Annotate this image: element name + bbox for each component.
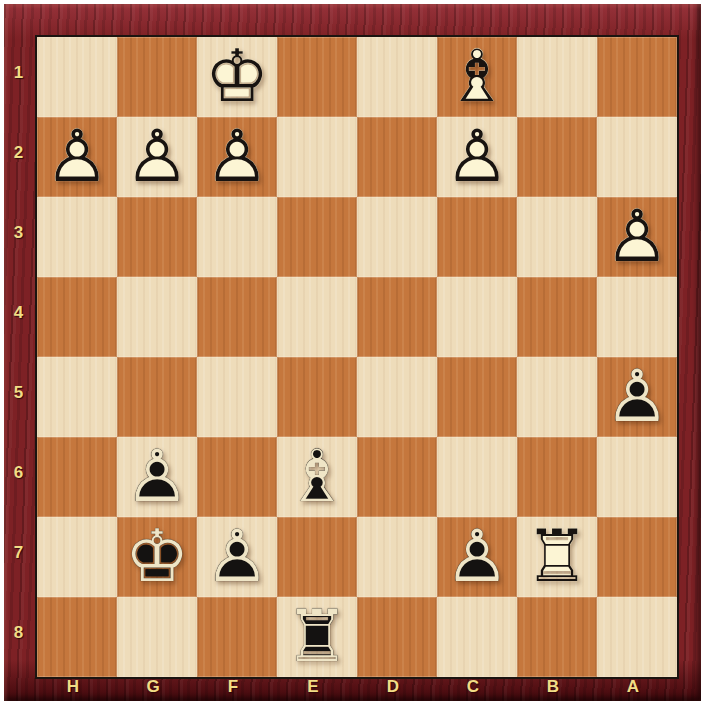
white-pawn-h2[interactable]: ♟♙ bbox=[37, 117, 117, 197]
piece-glyph-outline: ♗ bbox=[437, 37, 517, 117]
square-g2[interactable]: ♟♙ bbox=[117, 117, 197, 197]
square-a1[interactable] bbox=[597, 37, 677, 117]
square-f7[interactable]: ♟♙ bbox=[197, 517, 277, 597]
square-e2[interactable] bbox=[277, 117, 357, 197]
square-d4[interactable] bbox=[357, 277, 437, 357]
rank-label-7: 7 bbox=[4, 513, 33, 593]
square-a6[interactable] bbox=[597, 437, 677, 517]
piece-glyph-outline: ♙ bbox=[437, 517, 517, 597]
file-label-B: B bbox=[513, 673, 593, 701]
rank-label-5: 5 bbox=[4, 353, 33, 433]
square-g5[interactable] bbox=[117, 357, 197, 437]
piece-glyph-outline: ♖ bbox=[277, 597, 357, 677]
file-label-F: F bbox=[193, 673, 273, 701]
square-e1[interactable] bbox=[277, 37, 357, 117]
square-c5[interactable] bbox=[437, 357, 517, 437]
white-pawn-g2[interactable]: ♟♙ bbox=[117, 117, 197, 197]
black-bishop-e6[interactable]: ♝♗ bbox=[277, 437, 357, 517]
square-f3[interactable] bbox=[197, 197, 277, 277]
white-rook-b7[interactable]: ♜♖ bbox=[517, 517, 597, 597]
piece-glyph-outline: ♙ bbox=[197, 117, 277, 197]
square-b6[interactable] bbox=[517, 437, 597, 517]
square-f5[interactable] bbox=[197, 357, 277, 437]
square-d8[interactable] bbox=[357, 597, 437, 677]
piece-glyph-outline: ♔ bbox=[117, 517, 197, 597]
file-label-D: D bbox=[353, 673, 433, 701]
square-c8[interactable] bbox=[437, 597, 517, 677]
square-b7[interactable]: ♜♖ bbox=[517, 517, 597, 597]
square-b3[interactable] bbox=[517, 197, 597, 277]
square-g3[interactable] bbox=[117, 197, 197, 277]
square-c2[interactable]: ♟♙ bbox=[437, 117, 517, 197]
square-a2[interactable] bbox=[597, 117, 677, 197]
square-f6[interactable] bbox=[197, 437, 277, 517]
piece-glyph-outline: ♙ bbox=[117, 437, 197, 517]
square-e4[interactable] bbox=[277, 277, 357, 357]
white-pawn-f2[interactable]: ♟♙ bbox=[197, 117, 277, 197]
square-c7[interactable]: ♟♙ bbox=[437, 517, 517, 597]
square-f4[interactable] bbox=[197, 277, 277, 357]
square-d5[interactable] bbox=[357, 357, 437, 437]
square-h8[interactable] bbox=[37, 597, 117, 677]
square-b4[interactable] bbox=[517, 277, 597, 357]
rank-label-3: 3 bbox=[4, 193, 33, 273]
file-label-G: G bbox=[113, 673, 193, 701]
square-a8[interactable] bbox=[597, 597, 677, 677]
square-f2[interactable]: ♟♙ bbox=[197, 117, 277, 197]
rank-label-2: 2 bbox=[4, 113, 33, 193]
piece-glyph-outline: ♔ bbox=[197, 37, 277, 117]
piece-glyph-outline: ♗ bbox=[277, 437, 357, 517]
square-a4[interactable] bbox=[597, 277, 677, 357]
square-c1[interactable]: ♝♗ bbox=[437, 37, 517, 117]
square-e8[interactable]: ♜♖ bbox=[277, 597, 357, 677]
white-bishop-c1[interactable]: ♝♗ bbox=[437, 37, 517, 117]
black-pawn-g6[interactable]: ♟♙ bbox=[117, 437, 197, 517]
square-g6[interactable]: ♟♙ bbox=[117, 437, 197, 517]
square-h1[interactable] bbox=[37, 37, 117, 117]
square-e7[interactable] bbox=[277, 517, 357, 597]
white-pawn-a3[interactable]: ♟♙ bbox=[597, 197, 677, 277]
rank-label-4: 4 bbox=[4, 273, 33, 353]
square-b1[interactable] bbox=[517, 37, 597, 117]
square-g7[interactable]: ♚♔ bbox=[117, 517, 197, 597]
rank-label-1: 1 bbox=[4, 33, 33, 113]
square-g1[interactable] bbox=[117, 37, 197, 117]
piece-glyph-outline: ♙ bbox=[597, 197, 677, 277]
black-pawn-f7[interactable]: ♟♙ bbox=[197, 517, 277, 597]
square-b2[interactable] bbox=[517, 117, 597, 197]
square-h7[interactable] bbox=[37, 517, 117, 597]
square-h3[interactable] bbox=[37, 197, 117, 277]
square-c3[interactable] bbox=[437, 197, 517, 277]
piece-glyph-outline: ♙ bbox=[597, 357, 677, 437]
square-b8[interactable] bbox=[517, 597, 597, 677]
square-d3[interactable] bbox=[357, 197, 437, 277]
square-a3[interactable]: ♟♙ bbox=[597, 197, 677, 277]
piece-glyph-outline: ♖ bbox=[517, 517, 597, 597]
black-pawn-a5[interactable]: ♟♙ bbox=[597, 357, 677, 437]
piece-glyph-outline: ♙ bbox=[437, 117, 517, 197]
square-e6[interactable]: ♝♗ bbox=[277, 437, 357, 517]
square-c6[interactable] bbox=[437, 437, 517, 517]
piece-glyph-outline: ♙ bbox=[197, 517, 277, 597]
file-label-E: E bbox=[273, 673, 353, 701]
file-label-A: A bbox=[593, 673, 673, 701]
square-h6[interactable] bbox=[37, 437, 117, 517]
square-h2[interactable]: ♟♙ bbox=[37, 117, 117, 197]
white-pawn-c2[interactable]: ♟♙ bbox=[437, 117, 517, 197]
black-king-g7[interactable]: ♚♔ bbox=[117, 517, 197, 597]
black-pawn-c7[interactable]: ♟♙ bbox=[437, 517, 517, 597]
square-g4[interactable] bbox=[117, 277, 197, 357]
chess-board: ♚♔♝♗♟♙♟♙♟♙♟♙♟♙♟♙♟♙♝♗♚♔♟♙♟♙♜♖♜♖ bbox=[37, 37, 677, 677]
square-b5[interactable] bbox=[517, 357, 597, 437]
square-g8[interactable] bbox=[117, 597, 197, 677]
board-frame: ♚♔♝♗♟♙♟♙♟♙♟♙♟♙♟♙♟♙♝♗♚♔♟♙♟♙♜♖♜♖ 12345678 … bbox=[4, 4, 701, 701]
square-f1[interactable]: ♚♔ bbox=[197, 37, 277, 117]
square-f8[interactable] bbox=[197, 597, 277, 677]
square-a7[interactable] bbox=[597, 517, 677, 597]
black-rook-e8[interactable]: ♜♖ bbox=[277, 597, 357, 677]
piece-glyph-outline: ♙ bbox=[117, 117, 197, 197]
square-d7[interactable] bbox=[357, 517, 437, 597]
piece-glyph-outline: ♙ bbox=[37, 117, 117, 197]
square-h5[interactable] bbox=[37, 357, 117, 437]
square-d1[interactable] bbox=[357, 37, 437, 117]
file-label-C: C bbox=[433, 673, 513, 701]
square-d2[interactable] bbox=[357, 117, 437, 197]
file-label-H: H bbox=[33, 673, 113, 701]
square-a5[interactable]: ♟♙ bbox=[597, 357, 677, 437]
square-c4[interactable] bbox=[437, 277, 517, 357]
square-e3[interactable] bbox=[277, 197, 357, 277]
square-e5[interactable] bbox=[277, 357, 357, 437]
square-h4[interactable] bbox=[37, 277, 117, 357]
rank-label-6: 6 bbox=[4, 433, 33, 513]
square-d6[interactable] bbox=[357, 437, 437, 517]
white-king-f1[interactable]: ♚♔ bbox=[197, 37, 277, 117]
rank-label-8: 8 bbox=[4, 593, 33, 673]
